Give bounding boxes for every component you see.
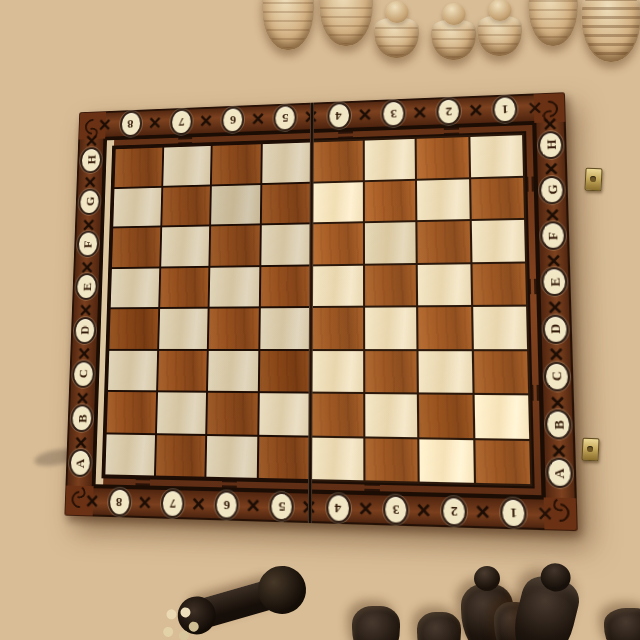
square-g4[interactable]: [312, 182, 362, 223]
coordinate-medallion: 8: [119, 111, 142, 138]
coordinate-character: D: [548, 324, 562, 334]
lying-queen-base: [252, 560, 311, 619]
border-corner-ornament: [544, 497, 578, 531]
square-b2[interactable]: [419, 394, 473, 437]
coordinate-character: A: [552, 468, 567, 478]
square-h1[interactable]: [470, 135, 523, 177]
board-squares: [103, 133, 532, 486]
square-h5[interactable]: [262, 142, 311, 182]
coordinate-medallion: 3: [383, 494, 408, 525]
square-a1[interactable]: [475, 440, 530, 484]
border-corner-ornament: [534, 92, 566, 123]
coordinate-character: E: [80, 283, 92, 291]
square-a3[interactable]: [365, 438, 418, 482]
coordinate-medallion: 4: [326, 493, 351, 523]
square-f2[interactable]: [417, 221, 469, 262]
pyrography-dash-mark: [526, 176, 534, 191]
square-a2[interactable]: [419, 439, 473, 483]
black-piece-base[interactable]: [604, 608, 640, 640]
square-f4[interactable]: [312, 223, 362, 264]
coordinate-character: 7: [169, 497, 176, 510]
square-g1[interactable]: [471, 177, 524, 219]
coordinate-medallion: 5: [270, 492, 294, 522]
square-c3[interactable]: [365, 351, 417, 393]
pyrography-dash-mark: [531, 384, 539, 400]
square-f5[interactable]: [261, 224, 311, 264]
square-e3[interactable]: [365, 265, 417, 306]
square-e4[interactable]: [312, 265, 363, 306]
coordinate-medallion: H: [80, 147, 103, 173]
coordinate-medallion: 5: [274, 104, 297, 131]
pyrography-dash-mark: [338, 131, 353, 138]
black-piece-lying[interactable]: [507, 572, 584, 640]
white-piece-pawn[interactable]: [374, 18, 419, 58]
square-e2[interactable]: [418, 264, 471, 306]
coordinate-character: 6: [223, 498, 230, 512]
coordinate-character: 1: [510, 506, 517, 520]
file-label-a: A: [542, 449, 576, 499]
square-h8[interactable]: [115, 148, 162, 187]
coordinate-medallion: 7: [161, 489, 185, 518]
coordinate-character: 3: [390, 107, 397, 120]
coordinate-medallion: C: [544, 362, 571, 392]
square-c7[interactable]: [158, 350, 207, 390]
lying-queen-body: [190, 575, 291, 630]
square-c5[interactable]: [259, 351, 309, 392]
white-piece-kingbase[interactable]: [581, 0, 640, 62]
square-e6[interactable]: [210, 267, 259, 307]
square-d8[interactable]: [109, 309, 157, 348]
coordinate-medallion: 1: [493, 95, 518, 123]
square-b8[interactable]: [107, 392, 156, 433]
square-a7[interactable]: [155, 435, 205, 477]
coordinate-medallion: D: [542, 314, 569, 343]
square-a6[interactable]: [206, 436, 256, 478]
coordinate-character: B: [551, 420, 565, 429]
lying-queen-head: [173, 592, 220, 639]
coordinate-character: 8: [116, 495, 123, 508]
coordinate-character: 4: [336, 109, 342, 122]
coordinate-medallion: 6: [221, 106, 244, 133]
coordinate-character: 6: [230, 114, 236, 126]
square-c8[interactable]: [108, 350, 157, 390]
coordinate-medallion: E: [541, 267, 568, 296]
coordinate-medallion: D: [73, 317, 96, 344]
square-e8[interactable]: [111, 268, 159, 307]
coordinate-medallion: C: [72, 360, 95, 387]
lying-queen-crown-points: [165, 608, 177, 620]
square-d4[interactable]: [312, 308, 363, 349]
square-c2[interactable]: [419, 351, 472, 393]
chess-board[interactable]: 87654321 87654321 HGFEDCBA HGFEDCBA: [64, 92, 577, 531]
pyrography-dash-mark: [222, 480, 237, 488]
square-c4[interactable]: [312, 351, 363, 392]
coordinate-medallion: 2: [436, 97, 461, 125]
pyrography-dash-mark: [136, 478, 151, 485]
pyrography-dash-mark: [529, 279, 537, 294]
rank-label-1: 1: [477, 94, 535, 125]
white-piece-base[interactable]: [262, 0, 314, 50]
white-piece-pawn[interactable]: [431, 20, 476, 60]
coordinate-medallion: 7: [170, 109, 193, 136]
file-label-a: A: [65, 440, 95, 486]
square-g5[interactable]: [261, 183, 310, 223]
coordinate-character: 1: [502, 103, 509, 116]
coordinate-medallion: 3: [381, 100, 405, 128]
coordinate-character: C: [550, 371, 564, 381]
coordinate-character: 4: [335, 501, 342, 515]
coordinate-character: E: [547, 277, 561, 286]
square-b3[interactable]: [365, 394, 417, 437]
square-d3[interactable]: [365, 307, 417, 348]
rank-label-1: 1: [484, 496, 545, 530]
square-g3[interactable]: [364, 180, 415, 221]
coordinate-medallion: B: [545, 409, 572, 439]
pyrography-dash-mark: [364, 483, 380, 491]
coordinate-character: H: [544, 139, 558, 150]
square-e5[interactable]: [260, 266, 310, 306]
coordinate-character: A: [74, 458, 86, 468]
square-e7[interactable]: [160, 267, 209, 307]
square-b4[interactable]: [311, 394, 362, 436]
coordinate-character: C: [77, 369, 89, 378]
coordinate-medallion: G: [78, 188, 101, 215]
coordinate-character: F: [82, 240, 94, 248]
square-d5[interactable]: [260, 308, 310, 349]
square-a5[interactable]: [258, 436, 309, 479]
square-f3[interactable]: [364, 222, 415, 263]
coordinate-medallion: 2: [441, 496, 467, 527]
coordinate-medallion: E: [75, 273, 98, 300]
square-f7[interactable]: [161, 226, 209, 266]
square-g6[interactable]: [211, 185, 260, 225]
coordinate-character: G: [83, 197, 95, 207]
coordinate-medallion: 6: [215, 490, 239, 520]
square-h4[interactable]: [313, 141, 363, 181]
black-piece-base[interactable]: [352, 606, 400, 640]
square-h2[interactable]: [417, 137, 469, 178]
brass-hinge[interactable]: [584, 168, 602, 192]
coordinate-character: 2: [451, 504, 458, 518]
square-a4[interactable]: [311, 437, 363, 480]
square-h6[interactable]: [212, 144, 260, 184]
square-f6[interactable]: [210, 225, 259, 265]
square-c6[interactable]: [208, 350, 258, 391]
coordinate-medallion: G: [539, 176, 565, 205]
square-f1[interactable]: [471, 220, 525, 262]
coordinate-character: 5: [279, 500, 286, 514]
square-b6[interactable]: [207, 393, 257, 434]
coordinate-medallion: 1: [500, 497, 527, 528]
coordinate-medallion: 8: [107, 488, 131, 517]
coordinate-character: B: [76, 414, 88, 423]
coordinate-medallion: A: [546, 458, 573, 489]
square-b1[interactable]: [474, 395, 529, 438]
coordinate-medallion: A: [69, 449, 92, 477]
border-corner-ornament: [64, 485, 93, 516]
square-h3[interactable]: [364, 139, 415, 180]
border-corner-ornament: [78, 111, 106, 139]
square-h7[interactable]: [163, 146, 211, 185]
square-g8[interactable]: [113, 187, 161, 226]
coordinate-character: 5: [282, 112, 288, 124]
square-e1[interactable]: [472, 263, 526, 305]
square-b7[interactable]: [157, 392, 207, 433]
coordinate-character: G: [545, 185, 559, 196]
square-g7[interactable]: [162, 186, 210, 226]
coordinate-medallion: 4: [327, 102, 350, 130]
black-piece-lyq[interactable]: [168, 566, 298, 640]
square-d1[interactable]: [473, 307, 527, 349]
pyrography-dash-mark: [443, 128, 458, 135]
coordinate-medallion: H: [538, 130, 564, 159]
square-d2[interactable]: [418, 307, 471, 349]
white-piece-base[interactable]: [528, 0, 578, 46]
brass-hinge[interactable]: [581, 438, 599, 462]
white-piece-base[interactable]: [319, 0, 373, 46]
coordinate-medallion: B: [70, 404, 93, 432]
square-b5[interactable]: [259, 393, 310, 435]
coordinate-character: 7: [178, 116, 184, 128]
white-piece-pawn[interactable]: [477, 16, 522, 56]
coordinate-character: D: [79, 326, 91, 335]
pyrography-dash-mark: [178, 137, 192, 144]
coordinate-medallion: F: [77, 231, 100, 258]
coordinate-character: 3: [392, 503, 399, 517]
photo-scene: { "game": "chess", "scene": "Overhead ph…: [0, 0, 640, 640]
square-d6[interactable]: [209, 308, 259, 348]
coordinate-character: 2: [445, 105, 452, 118]
square-g2[interactable]: [417, 179, 469, 220]
coordinate-character: 8: [128, 118, 134, 130]
coordinate-medallion: F: [540, 221, 566, 250]
square-a8[interactable]: [105, 434, 154, 476]
black-piece-base[interactable]: [417, 612, 461, 640]
coordinate-character: H: [85, 155, 97, 165]
square-c1[interactable]: [473, 351, 528, 394]
coordinate-character: F: [546, 232, 560, 240]
square-f8[interactable]: [112, 227, 160, 266]
square-d7[interactable]: [159, 309, 208, 349]
